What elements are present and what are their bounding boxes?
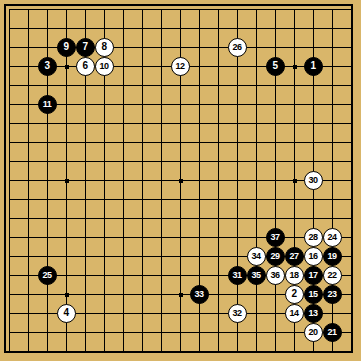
stone-white-6[interactable]: 6	[76, 57, 95, 76]
stone-black-19[interactable]: 19	[323, 247, 342, 266]
star-point	[65, 65, 69, 69]
stone-black-15[interactable]: 15	[304, 285, 323, 304]
stone-white-28[interactable]: 28	[304, 228, 323, 247]
star-point	[65, 179, 69, 183]
move-number: 21	[327, 328, 336, 337]
stone-white-10[interactable]: 10	[95, 57, 114, 76]
move-number: 28	[308, 233, 317, 242]
move-number: 13	[308, 309, 317, 318]
stone-black-23[interactable]: 23	[323, 285, 342, 304]
move-number: 2	[291, 289, 296, 299]
stone-white-16[interactable]: 16	[304, 247, 323, 266]
stone-black-21[interactable]: 21	[323, 323, 342, 342]
stone-white-8[interactable]: 8	[95, 38, 114, 57]
star-point	[179, 293, 183, 297]
move-number: 22	[327, 271, 336, 280]
move-number: 35	[251, 271, 260, 280]
move-number: 8	[101, 42, 106, 52]
stone-white-4[interactable]: 4	[57, 304, 76, 323]
stone-white-26[interactable]: 26	[228, 38, 247, 57]
grid-line-vertical	[237, 9, 238, 352]
stone-white-18[interactable]: 18	[285, 266, 304, 285]
stone-black-25[interactable]: 25	[38, 266, 57, 285]
move-number: 3	[44, 61, 49, 71]
move-number: 26	[232, 43, 241, 52]
grid-line-vertical	[256, 9, 257, 352]
move-number: 20	[308, 328, 317, 337]
move-number: 30	[308, 176, 317, 185]
stone-black-1[interactable]: 1	[304, 57, 323, 76]
move-number: 32	[232, 309, 241, 318]
move-number: 15	[308, 290, 317, 299]
stone-black-33[interactable]: 33	[190, 285, 209, 304]
move-number: 12	[175, 62, 184, 71]
move-number: 10	[99, 62, 108, 71]
move-number: 36	[270, 271, 279, 280]
grid-line-horizontal	[9, 351, 352, 352]
stone-white-22[interactable]: 22	[323, 266, 342, 285]
move-number: 17	[308, 271, 317, 280]
stone-black-31[interactable]: 31	[228, 266, 247, 285]
grid-line-vertical	[351, 9, 352, 352]
move-number: 37	[270, 233, 279, 242]
move-number: 34	[251, 252, 260, 261]
move-number: 18	[289, 271, 298, 280]
stone-white-2[interactable]: 2	[285, 285, 304, 304]
move-number: 7	[82, 42, 87, 52]
grid-line-horizontal	[9, 199, 352, 200]
star-point	[179, 179, 183, 183]
stone-black-29[interactable]: 29	[266, 247, 285, 266]
stone-black-3[interactable]: 3	[38, 57, 57, 76]
stone-black-35[interactable]: 35	[247, 266, 266, 285]
stone-white-30[interactable]: 30	[304, 171, 323, 190]
stone-white-24[interactable]: 24	[323, 228, 342, 247]
move-number: 27	[289, 252, 298, 261]
move-number: 29	[270, 252, 279, 261]
stone-black-13[interactable]: 13	[304, 304, 323, 323]
grid-line-horizontal	[9, 237, 352, 238]
move-number: 11	[43, 100, 52, 109]
move-number: 24	[327, 233, 336, 242]
stone-black-17[interactable]: 17	[304, 266, 323, 285]
stone-black-37[interactable]: 37	[266, 228, 285, 247]
stone-black-7[interactable]: 7	[76, 38, 95, 57]
move-number: 25	[42, 271, 51, 280]
move-number: 9	[63, 42, 68, 52]
move-number: 6	[82, 61, 87, 71]
move-number: 5	[272, 61, 277, 71]
stone-black-11[interactable]: 11	[38, 95, 57, 114]
stone-white-36[interactable]: 36	[266, 266, 285, 285]
move-number: 31	[232, 271, 241, 280]
move-number: 19	[327, 252, 336, 261]
stone-white-34[interactable]: 34	[247, 247, 266, 266]
move-number: 4	[63, 308, 68, 318]
grid-line-horizontal	[9, 332, 352, 333]
stone-black-9[interactable]: 9	[57, 38, 76, 57]
grid-line-horizontal	[9, 218, 352, 219]
star-point	[293, 65, 297, 69]
stone-white-32[interactable]: 32	[228, 304, 247, 323]
star-point	[65, 293, 69, 297]
move-number: 1	[310, 61, 315, 71]
stone-black-27[interactable]: 27	[285, 247, 304, 266]
stone-white-20[interactable]: 20	[304, 323, 323, 342]
stone-white-12[interactable]: 12	[171, 57, 190, 76]
go-board[interactable]: 1234567891011121314151617181920212223242…	[0, 0, 361, 361]
move-number: 23	[327, 290, 336, 299]
grid-line-vertical	[218, 9, 219, 352]
star-point	[293, 179, 297, 183]
move-number: 33	[194, 290, 203, 299]
stone-black-5[interactable]: 5	[266, 57, 285, 76]
move-number: 14	[289, 309, 298, 318]
move-number: 16	[308, 252, 317, 261]
stone-white-14[interactable]: 14	[285, 304, 304, 323]
